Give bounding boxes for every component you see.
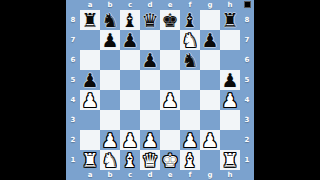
black-knight-b8: ♞ <box>101 10 118 30</box>
frame-corner-bottom-left <box>66 170 80 180</box>
black-bishop-f8: ♝ <box>181 10 198 30</box>
square-g4 <box>200 90 220 110</box>
file-label-bottom-a: a <box>88 172 93 179</box>
square-a1: ♜ <box>80 150 100 170</box>
file-label-bottom-c: c <box>128 172 132 179</box>
file-label-top-d: d <box>147 2 152 9</box>
square-c2: ♟ <box>120 130 140 150</box>
black-pawn-g7: ♟ <box>201 30 218 50</box>
square-b8: ♞ <box>100 10 120 30</box>
square-f1: ♝ <box>180 150 200 170</box>
side-to-move-indicator <box>244 1 251 8</box>
file-label-bottom-e: e <box>168 172 173 179</box>
frame-corner-top-left <box>66 0 80 10</box>
white-pawn-c2: ♟ <box>121 130 138 150</box>
square-h8: ♜ <box>220 10 240 30</box>
square-b7: ♟ <box>100 30 120 50</box>
letterbox-left <box>0 0 66 180</box>
file-label-top-e: e <box>168 2 173 9</box>
file-label-bottom-g: g <box>207 172 212 179</box>
square-h2 <box>220 130 240 150</box>
white-bishop-c1: ♝ <box>121 150 138 170</box>
file-label-top-f: f <box>188 2 191 9</box>
square-e3 <box>160 110 180 130</box>
square-a8: ♜ <box>80 10 100 30</box>
square-a5: ♟ <box>80 70 100 90</box>
white-knight-b1: ♞ <box>101 150 118 170</box>
rank-label-right-8: 8 <box>245 17 250 24</box>
square-g2: ♟ <box>200 130 220 150</box>
square-e6 <box>160 50 180 70</box>
file-label-top-g: g <box>207 2 212 9</box>
letterbox-right <box>254 0 320 180</box>
frame-corner-top-right <box>240 0 254 10</box>
square-d3 <box>140 110 160 130</box>
black-pawn-d6: ♟ <box>141 50 158 70</box>
white-knight-f7: ♞ <box>181 30 198 50</box>
rank-label-right-1: 1 <box>245 157 250 164</box>
rank-label-left-4: 4 <box>71 97 76 104</box>
frame-corner-bottom-right <box>240 170 254 180</box>
square-d2: ♟ <box>140 130 160 150</box>
square-c7: ♟ <box>120 30 140 50</box>
white-queen-d1: ♛ <box>141 150 158 170</box>
square-f2: ♟ <box>180 130 200 150</box>
square-h7 <box>220 30 240 50</box>
square-a6 <box>80 50 100 70</box>
rank-label-left-3: 3 <box>71 117 76 124</box>
rank-label-left-5: 5 <box>71 77 76 84</box>
rank-label-left-1: 1 <box>71 157 76 164</box>
white-pawn-g2: ♟ <box>201 130 218 150</box>
square-g7: ♟ <box>200 30 220 50</box>
square-b6 <box>100 50 120 70</box>
rank-label-left-2: 2 <box>71 137 76 144</box>
file-label-top-b: b <box>107 2 112 9</box>
black-knight-f6: ♞ <box>181 50 198 70</box>
video-frame: abcdefgh 87654321 ♜♞♝♛♚♝♜♟♟♞♟♟♞♟♟♟♟♟♟♟♟♟… <box>0 0 320 180</box>
black-pawn-a5: ♟ <box>81 70 98 90</box>
white-pawn-a4: ♟ <box>81 90 98 110</box>
square-e5 <box>160 70 180 90</box>
rank-label-right-2: 2 <box>245 137 250 144</box>
rank-label-left-8: 8 <box>71 17 76 24</box>
rank-label-right-3: 3 <box>245 117 250 124</box>
chess-board-panel: abcdefgh 87654321 ♜♞♝♛♚♝♜♟♟♞♟♟♞♟♟♟♟♟♟♟♟♟… <box>66 0 254 180</box>
square-e4: ♟ <box>160 90 180 110</box>
square-a7 <box>80 30 100 50</box>
square-d4 <box>140 90 160 110</box>
rank-labels-right: 87654321 <box>240 10 254 170</box>
square-b5 <box>100 70 120 90</box>
rank-label-left-7: 7 <box>71 37 76 44</box>
square-h4: ♟ <box>220 90 240 110</box>
file-label-top-h: h <box>228 2 233 9</box>
white-pawn-f2: ♟ <box>181 130 198 150</box>
black-rook-h8: ♜ <box>221 10 238 30</box>
white-pawn-e4: ♟ <box>161 90 178 110</box>
file-label-top-c: c <box>128 2 132 9</box>
file-label-bottom-h: h <box>228 172 233 179</box>
square-e2 <box>160 130 180 150</box>
black-pawn-b7: ♟ <box>101 30 118 50</box>
file-label-bottom-d: d <box>147 172 152 179</box>
black-pawn-h5: ♟ <box>221 70 238 90</box>
white-king-e1: ♚ <box>161 150 178 170</box>
black-queen-d8: ♛ <box>141 10 158 30</box>
square-e7 <box>160 30 180 50</box>
white-rook-h1: ♜ <box>221 150 238 170</box>
white-rook-a1: ♜ <box>81 150 98 170</box>
white-pawn-h4: ♟ <box>221 90 238 110</box>
square-f4 <box>180 90 200 110</box>
white-pawn-d2: ♟ <box>141 130 158 150</box>
file-label-bottom-b: b <box>107 172 112 179</box>
square-b4 <box>100 90 120 110</box>
square-f8: ♝ <box>180 10 200 30</box>
white-pawn-b2: ♟ <box>101 130 118 150</box>
square-b1: ♞ <box>100 150 120 170</box>
square-f7: ♞ <box>180 30 200 50</box>
square-f6: ♞ <box>180 50 200 70</box>
square-h3 <box>220 110 240 130</box>
square-b2: ♟ <box>100 130 120 150</box>
rank-label-right-6: 6 <box>245 57 250 64</box>
square-g8 <box>200 10 220 30</box>
square-d6: ♟ <box>140 50 160 70</box>
chess-board: ♜♞♝♛♚♝♜♟♟♞♟♟♞♟♟♟♟♟♟♟♟♟♟♜♞♝♛♚♝♜ <box>80 10 240 170</box>
square-d5 <box>140 70 160 90</box>
square-d7 <box>140 30 160 50</box>
square-a4: ♟ <box>80 90 100 110</box>
square-a2 <box>80 130 100 150</box>
rank-label-right-4: 4 <box>245 97 250 104</box>
black-pawn-c7: ♟ <box>121 30 138 50</box>
file-label-bottom-f: f <box>188 172 191 179</box>
square-h1: ♜ <box>220 150 240 170</box>
black-king-e8: ♚ <box>161 10 178 30</box>
square-c5 <box>120 70 140 90</box>
square-c6 <box>120 50 140 70</box>
square-g5 <box>200 70 220 90</box>
square-h5: ♟ <box>220 70 240 90</box>
rank-label-right-7: 7 <box>245 37 250 44</box>
square-a3 <box>80 110 100 130</box>
file-label-top-a: a <box>88 2 93 9</box>
square-g3 <box>200 110 220 130</box>
white-bishop-f1: ♝ <box>181 150 198 170</box>
square-f5 <box>180 70 200 90</box>
square-f3 <box>180 110 200 130</box>
square-e8: ♚ <box>160 10 180 30</box>
square-d8: ♛ <box>140 10 160 30</box>
square-c4 <box>120 90 140 110</box>
square-d1: ♛ <box>140 150 160 170</box>
square-h6 <box>220 50 240 70</box>
rank-labels-left: 87654321 <box>66 10 80 170</box>
square-b3 <box>100 110 120 130</box>
square-c1: ♝ <box>120 150 140 170</box>
square-c3 <box>120 110 140 130</box>
file-labels-bottom: abcdefgh <box>80 170 240 180</box>
rank-label-left-6: 6 <box>71 57 76 64</box>
square-g6 <box>200 50 220 70</box>
file-labels-top: abcdefgh <box>80 0 240 10</box>
square-g1 <box>200 150 220 170</box>
black-rook-a8: ♜ <box>81 10 98 30</box>
square-c8: ♝ <box>120 10 140 30</box>
black-bishop-c8: ♝ <box>121 10 138 30</box>
square-e1: ♚ <box>160 150 180 170</box>
rank-label-right-5: 5 <box>245 77 250 84</box>
